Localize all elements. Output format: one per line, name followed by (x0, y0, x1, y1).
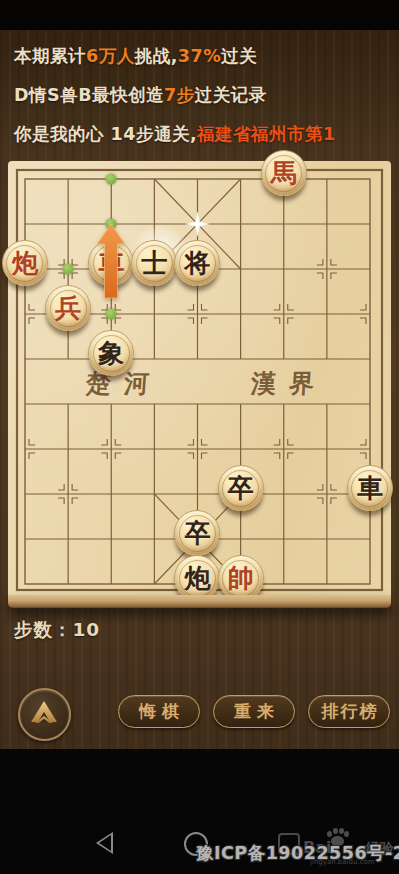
restart-button[interactable]: 重来 (213, 695, 295, 728)
step-separator: ： (53, 619, 73, 640)
stat-segment: 37% (178, 46, 221, 66)
piece-character: 炮 (184, 565, 210, 591)
bottom-controls: 悔棋 重来 排行榜 (0, 688, 399, 738)
piece-character: 象 (98, 340, 124, 366)
piece-character: 車 (357, 475, 383, 501)
piece-character: 兵 (55, 295, 81, 321)
app-logo-button[interactable] (18, 688, 71, 741)
piece-character: 将 (184, 250, 210, 276)
action-buttons: 悔棋 重来 排行榜 (118, 695, 390, 728)
undo-button[interactable]: 悔棋 (118, 695, 200, 728)
icp-watermark: 豫ICP备19022556号-2 (196, 841, 399, 865)
stat-segment: 过关 (221, 46, 257, 66)
piece-character: 卒 (228, 475, 254, 501)
stat-segment: 挑战, (135, 46, 178, 66)
red-soldier[interactable]: 兵 (45, 285, 91, 331)
stats-line-1: 本期累计6万人挑战,37%过关 (14, 44, 394, 68)
stat-segment: 过关记录 (195, 85, 267, 105)
step-label: 步数 (14, 619, 53, 640)
stats-line-2: D情S兽B最快创造7步过关记录 (14, 83, 394, 107)
status-bar (0, 0, 399, 30)
step-counter: 步数：10 (14, 617, 100, 642)
stat-segment: 福建省福州市第1 (197, 124, 336, 144)
piece-character: 士 (141, 250, 167, 276)
challenge-stats: 本期累计6万人挑战,37%过关 D情S兽B最快创造7步过关记录 你是我的心 14… (14, 44, 394, 161)
stat-segment: 你是我的心 14步通关, (14, 124, 197, 144)
piece-character: 馬 (271, 160, 297, 186)
stats-line-3: 你是我的心 14步通关,福建省福州市第1 (14, 122, 394, 146)
stat-segment: 7步 (164, 85, 195, 105)
stat-segment: 6万人 (86, 46, 135, 66)
black-elephant[interactable]: 象 (88, 330, 134, 376)
black-advisor[interactable]: 士 (131, 240, 177, 286)
piece-character: 帥 (228, 565, 254, 591)
piece-character: 炮 (12, 250, 38, 276)
black-soldier[interactable]: 卒 (218, 465, 264, 511)
board-front-edge (8, 595, 391, 608)
black-soldier-2[interactable]: 卒 (174, 510, 220, 556)
sparkle-effect (185, 211, 211, 237)
black-general[interactable]: 将 (174, 240, 220, 286)
leaderboard-button[interactable]: 排行榜 (308, 695, 390, 728)
black-rook[interactable]: 車 (347, 465, 393, 511)
xiangqi-board[interactable]: 楚河 漢界 馬炮車士将兵象卒車卒炮帥 (8, 161, 391, 595)
stat-segment: 本期累计 (14, 46, 86, 66)
red-cannon[interactable]: 炮 (2, 240, 48, 286)
stat-segment: D情S兽B最快创造 (14, 85, 164, 105)
hint-arrow (96, 223, 126, 299)
back-icon[interactable] (96, 832, 113, 854)
piece-character: 卒 (184, 520, 210, 546)
step-value: 10 (73, 619, 101, 640)
